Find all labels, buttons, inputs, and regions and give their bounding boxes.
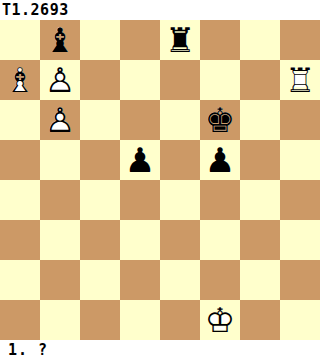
square-f8[interactable]: [200, 20, 240, 60]
square-a2[interactable]: [0, 260, 40, 300]
square-d3[interactable]: [120, 220, 160, 260]
square-a7[interactable]: ♝♗: [0, 60, 40, 100]
square-e3[interactable]: [160, 220, 200, 260]
square-d1[interactable]: [120, 300, 160, 340]
piece-black-pawn[interactable]: ♙♟: [200, 140, 240, 180]
square-f1[interactable]: ♚♔: [200, 300, 240, 340]
square-a4[interactable]: [0, 180, 40, 220]
piece-white-bishop[interactable]: ♝♗: [0, 60, 40, 100]
square-g4[interactable]: [240, 180, 280, 220]
square-g2[interactable]: [240, 260, 280, 300]
piece-glyph: ♔: [200, 300, 240, 340]
square-c3[interactable]: [80, 220, 120, 260]
square-h3[interactable]: [280, 220, 320, 260]
piece-glyph: ♜: [160, 20, 200, 60]
square-d4[interactable]: [120, 180, 160, 220]
square-f5[interactable]: ♙♟: [200, 140, 240, 180]
piece-glyph: ♚: [200, 100, 240, 140]
piece-glyph: ♖: [280, 60, 320, 100]
square-b5[interactable]: [40, 140, 80, 180]
move-prompt: 1. ?: [0, 340, 320, 360]
square-a8[interactable]: [0, 20, 40, 60]
square-h5[interactable]: [280, 140, 320, 180]
piece-glyph: ♙: [40, 100, 80, 140]
piece-black-rook[interactable]: ♖♜: [160, 20, 200, 60]
piece-black-pawn[interactable]: ♙♟: [120, 140, 160, 180]
square-g5[interactable]: [240, 140, 280, 180]
square-f2[interactable]: [200, 260, 240, 300]
square-e2[interactable]: [160, 260, 200, 300]
piece-white-pawn[interactable]: ♟♙: [40, 60, 80, 100]
square-g3[interactable]: [240, 220, 280, 260]
square-h6[interactable]: [280, 100, 320, 140]
square-b1[interactable]: [40, 300, 80, 340]
square-h1[interactable]: [280, 300, 320, 340]
square-f7[interactable]: [200, 60, 240, 100]
square-d6[interactable]: [120, 100, 160, 140]
piece-black-king[interactable]: ♔♚: [200, 100, 240, 140]
square-g6[interactable]: [240, 100, 280, 140]
square-b6[interactable]: ♟♙: [40, 100, 80, 140]
square-d8[interactable]: [120, 20, 160, 60]
square-c4[interactable]: [80, 180, 120, 220]
square-g7[interactable]: [240, 60, 280, 100]
square-c2[interactable]: [80, 260, 120, 300]
square-c8[interactable]: [80, 20, 120, 60]
square-g8[interactable]: [240, 20, 280, 60]
square-e8[interactable]: ♖♜: [160, 20, 200, 60]
square-c6[interactable]: [80, 100, 120, 140]
square-b3[interactable]: [40, 220, 80, 260]
square-c7[interactable]: [80, 60, 120, 100]
square-f6[interactable]: ♔♚: [200, 100, 240, 140]
chess-board: ♗♝♖♜♝♗♟♙♜♖♟♙♔♚♙♟♙♟♚♔: [0, 20, 320, 340]
square-h7[interactable]: ♜♖: [280, 60, 320, 100]
square-d2[interactable]: [120, 260, 160, 300]
square-b8[interactable]: ♗♝: [40, 20, 80, 60]
square-a6[interactable]: [0, 100, 40, 140]
piece-glyph: ♗: [0, 60, 40, 100]
piece-glyph: ♝: [40, 20, 80, 60]
square-e7[interactable]: [160, 60, 200, 100]
square-e4[interactable]: [160, 180, 200, 220]
square-d7[interactable]: [120, 60, 160, 100]
puzzle-id: T1.2693: [0, 0, 320, 20]
piece-glyph: ♟: [200, 140, 240, 180]
square-e1[interactable]: [160, 300, 200, 340]
piece-white-pawn[interactable]: ♟♙: [40, 100, 80, 140]
square-e6[interactable]: [160, 100, 200, 140]
square-b2[interactable]: [40, 260, 80, 300]
square-b7[interactable]: ♟♙: [40, 60, 80, 100]
square-a5[interactable]: [0, 140, 40, 180]
square-b4[interactable]: [40, 180, 80, 220]
piece-white-rook[interactable]: ♜♖: [280, 60, 320, 100]
square-a1[interactable]: [0, 300, 40, 340]
piece-white-king[interactable]: ♚♔: [200, 300, 240, 340]
square-h2[interactable]: [280, 260, 320, 300]
square-e5[interactable]: [160, 140, 200, 180]
square-h8[interactable]: [280, 20, 320, 60]
square-g1[interactable]: [240, 300, 280, 340]
square-f4[interactable]: [200, 180, 240, 220]
piece-glyph: ♙: [40, 60, 80, 100]
piece-glyph: ♟: [120, 140, 160, 180]
piece-black-bishop[interactable]: ♗♝: [40, 20, 80, 60]
square-c1[interactable]: [80, 300, 120, 340]
square-h4[interactable]: [280, 180, 320, 220]
square-d5[interactable]: ♙♟: [120, 140, 160, 180]
square-c5[interactable]: [80, 140, 120, 180]
square-f3[interactable]: [200, 220, 240, 260]
square-a3[interactable]: [0, 220, 40, 260]
